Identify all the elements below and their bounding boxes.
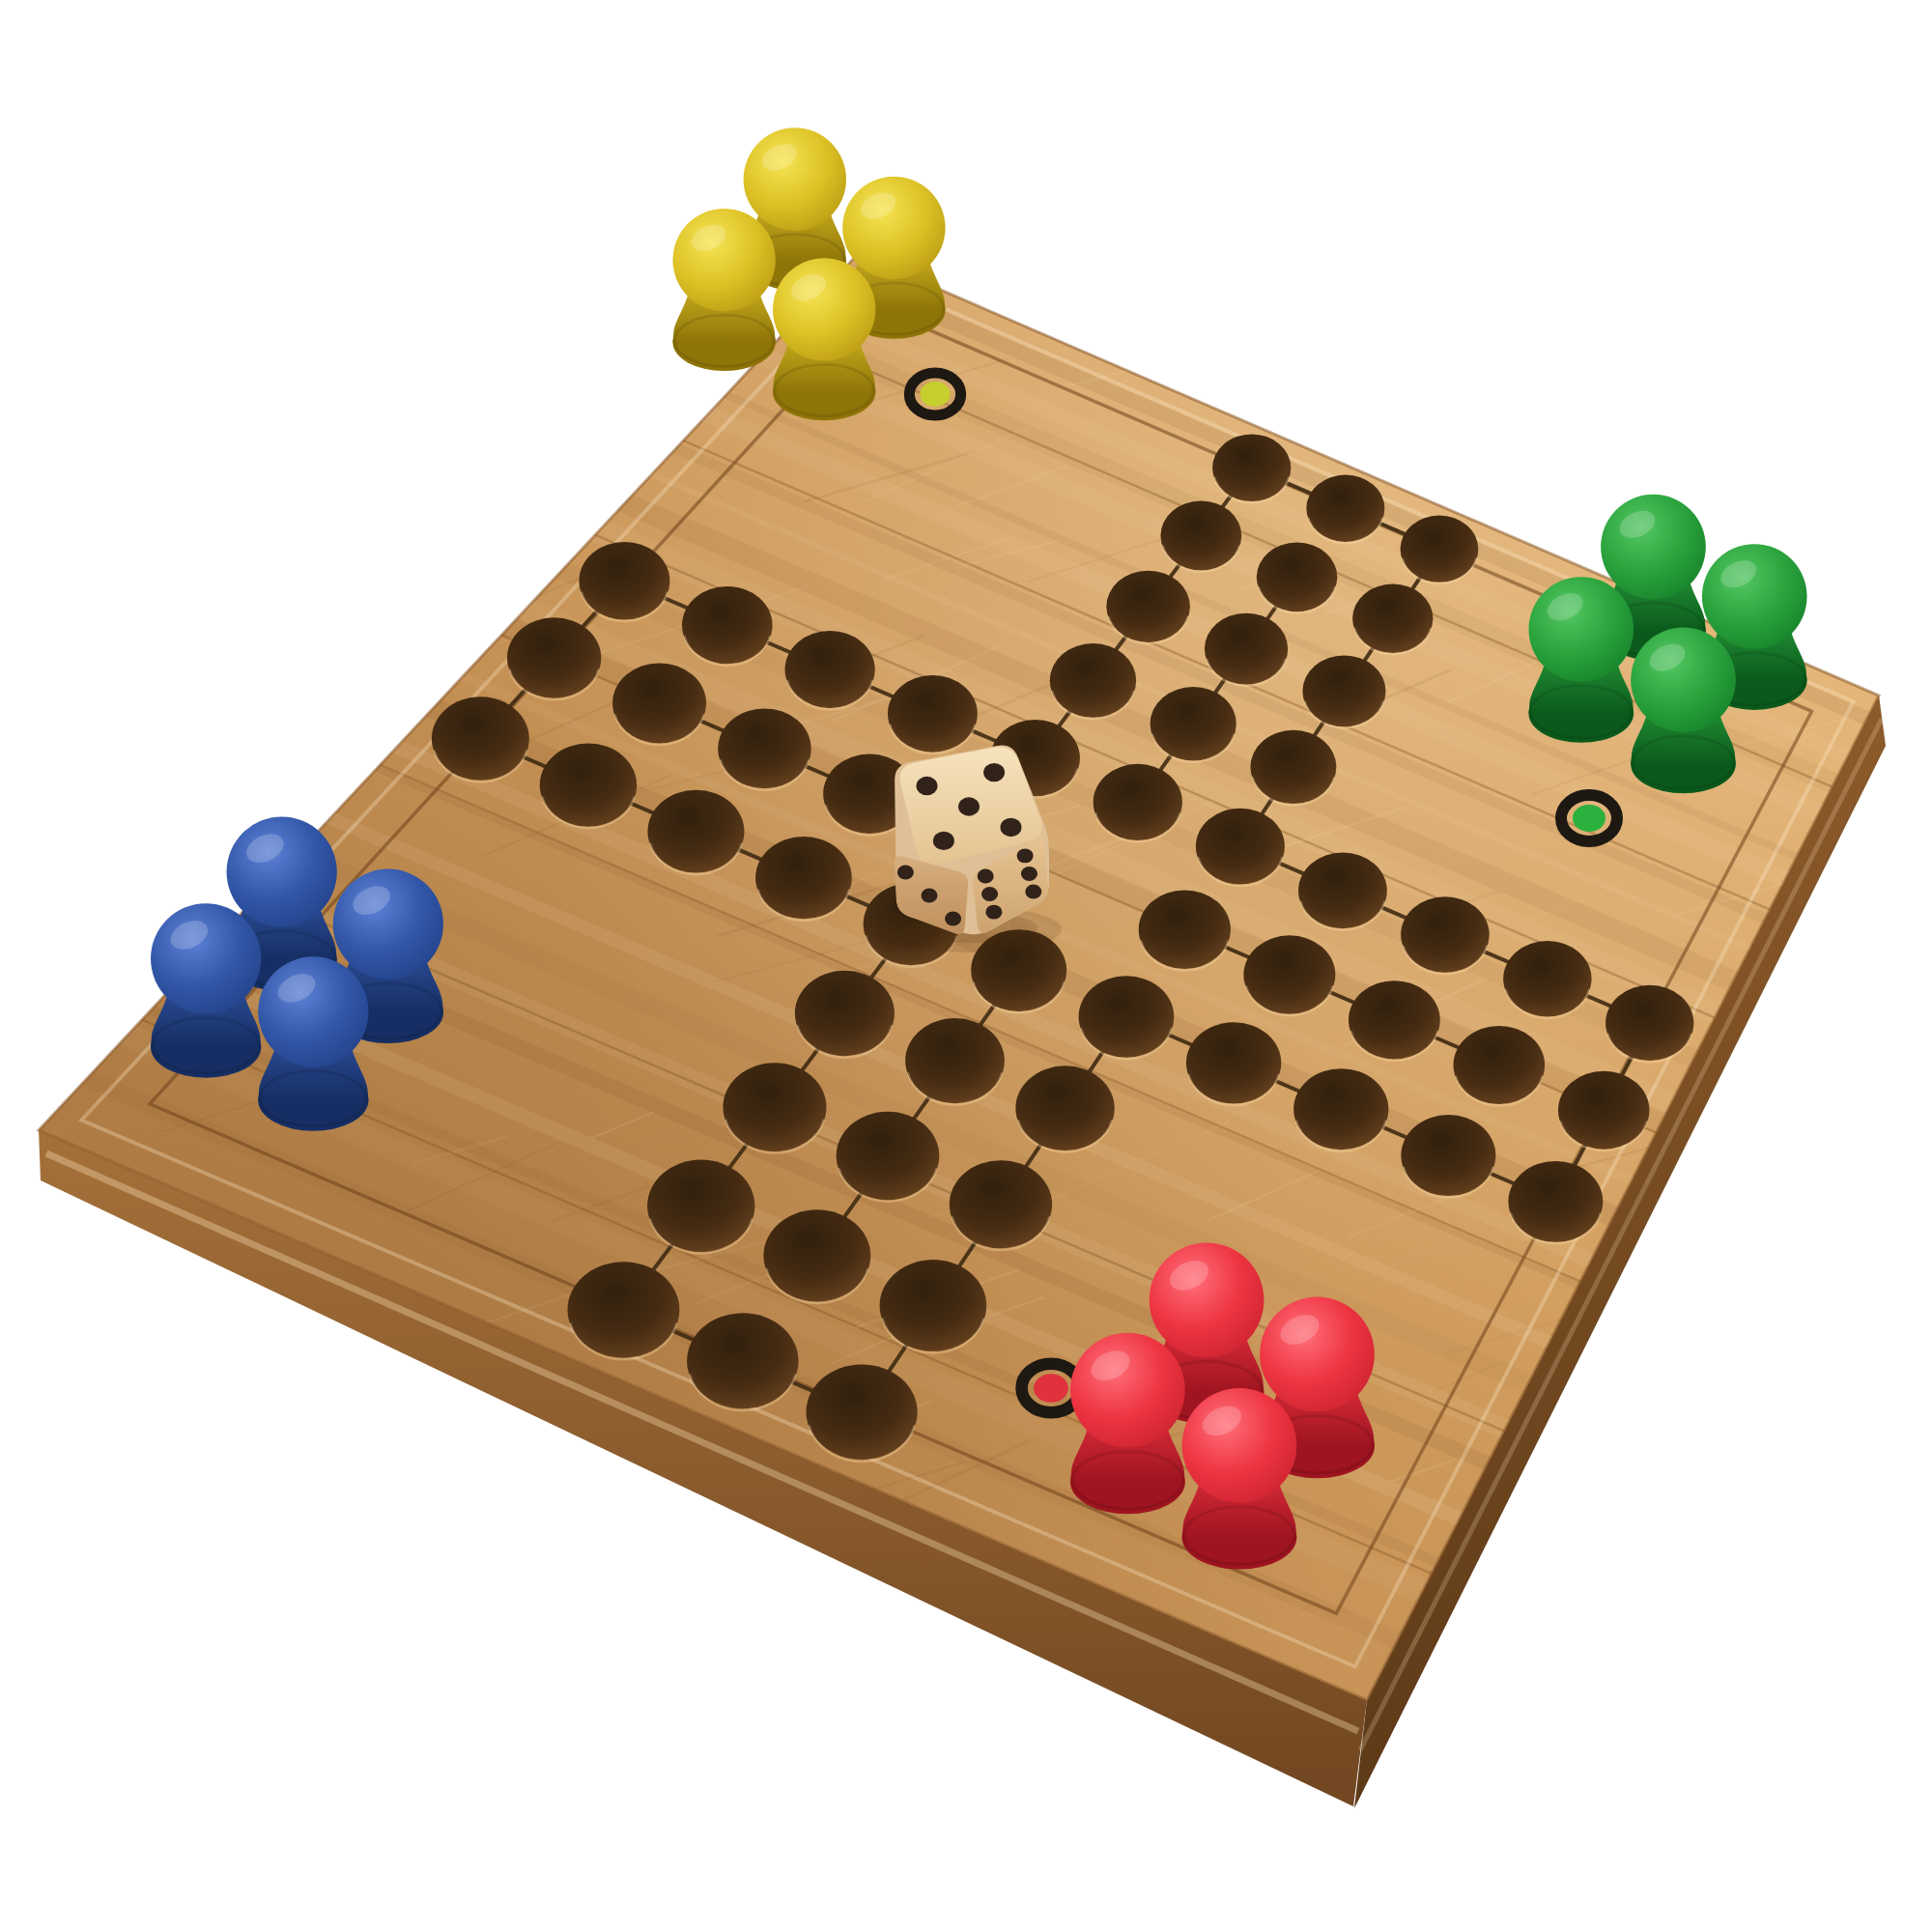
hole-7-4[interactable]: [1298, 853, 1387, 929]
hole-7-5[interactable]: [1243, 935, 1335, 1013]
pawn-red-4[interactable]: [1182, 1388, 1297, 1570]
hole-9-5[interactable]: [1454, 1026, 1546, 1104]
hole-4-8[interactable]: [723, 1063, 826, 1151]
hole-6-4[interactable]: [1196, 809, 1285, 885]
hole-5-8[interactable]: [837, 1112, 940, 1200]
hole-10-4[interactable]: [1605, 985, 1693, 1061]
hole-3-4[interactable]: [888, 675, 978, 753]
hole-0-5[interactable]: [507, 617, 601, 697]
hole-6-8[interactable]: [950, 1160, 1052, 1248]
hole-6-10[interactable]: [807, 1364, 918, 1460]
hole-6-9[interactable]: [880, 1260, 987, 1351]
ludo-board-scene: [0, 0, 1932, 1932]
hole-10-6[interactable]: [1508, 1161, 1603, 1242]
hole-8-4[interactable]: [1401, 896, 1490, 972]
hole-0-6[interactable]: [432, 696, 529, 780]
hole-5-7[interactable]: [905, 1018, 1005, 1103]
hole-5-9[interactable]: [763, 1209, 870, 1301]
hole-0-4[interactable]: [579, 542, 669, 620]
hole-10-5[interactable]: [1558, 1071, 1649, 1150]
hole-9-4[interactable]: [1503, 941, 1591, 1016]
pawn-blue-3[interactable]: [151, 903, 261, 1078]
hole-2-4[interactable]: [785, 631, 875, 708]
pawn-yellow-3[interactable]: [672, 209, 775, 371]
hole-8-6[interactable]: [1293, 1068, 1388, 1150]
pawn-green-4[interactable]: [1631, 628, 1736, 794]
pawn-blue-4[interactable]: [258, 956, 368, 1131]
hole-4-9[interactable]: [647, 1160, 754, 1252]
hole-2-6[interactable]: [647, 790, 744, 873]
hole-1-4[interactable]: [682, 586, 773, 664]
hole-1-6[interactable]: [540, 744, 637, 827]
hole-9-6[interactable]: [1401, 1115, 1495, 1196]
product-photo: [0, 0, 1932, 1932]
hole-4-7[interactable]: [795, 971, 895, 1056]
hole-7-6[interactable]: [1186, 1022, 1281, 1103]
hole-6-7[interactable]: [1015, 1065, 1114, 1151]
hole-4-10[interactable]: [568, 1262, 680, 1357]
hole-5-4[interactable]: [1094, 764, 1182, 840]
hole-3-6[interactable]: [755, 837, 852, 919]
hole-6-6[interactable]: [1079, 976, 1175, 1058]
pawn-red-3[interactable]: [1070, 1333, 1185, 1515]
hole-5-10[interactable]: [687, 1313, 798, 1408]
hole-8-5[interactable]: [1349, 980, 1440, 1059]
hole-1-5[interactable]: [612, 663, 706, 743]
pawn-green-3[interactable]: [1528, 577, 1634, 743]
hole-2-5[interactable]: [718, 708, 811, 788]
hole-6-5[interactable]: [1139, 890, 1231, 969]
pawn-yellow-4[interactable]: [773, 258, 875, 420]
